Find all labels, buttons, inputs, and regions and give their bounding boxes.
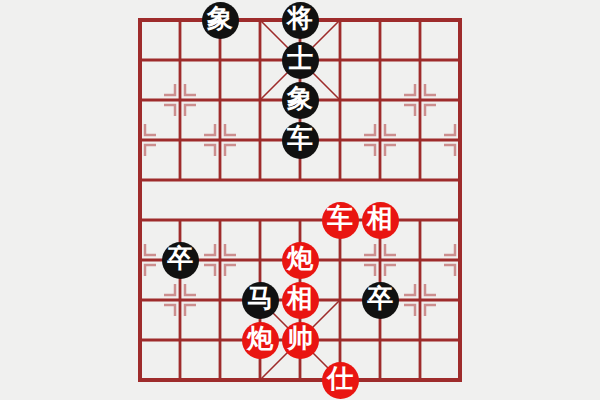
piece-label: 仕 bbox=[327, 366, 353, 392]
black-pawn[interactable]: 卒 bbox=[362, 282, 399, 319]
piece-label: 象 bbox=[287, 86, 313, 112]
piece-label: 相 bbox=[287, 286, 313, 312]
black-horse[interactable]: 马 bbox=[242, 282, 279, 319]
board-grid: 象将士象车车相卒炮马相卒炮帅仕 bbox=[120, 0, 480, 400]
black-chariot[interactable]: 车 bbox=[282, 122, 319, 159]
red-elephant[interactable]: 相 bbox=[362, 202, 399, 239]
red-elephant[interactable]: 相 bbox=[282, 282, 319, 319]
red-cannon[interactable]: 炮 bbox=[242, 322, 279, 359]
black-general[interactable]: 将 bbox=[282, 2, 319, 39]
piece-label: 马 bbox=[247, 286, 273, 312]
piece-label: 车 bbox=[287, 126, 313, 152]
piece-label: 炮 bbox=[287, 246, 313, 272]
piece-label: 将 bbox=[287, 6, 313, 32]
black-advisor[interactable]: 士 bbox=[282, 42, 319, 79]
red-chariot[interactable]: 车 bbox=[322, 202, 359, 239]
piece-label: 相 bbox=[367, 206, 393, 232]
piece-label: 卒 bbox=[367, 286, 393, 312]
red-advisor[interactable]: 仕 bbox=[322, 362, 359, 399]
red-general[interactable]: 帅 bbox=[282, 322, 319, 359]
piece-label: 炮 bbox=[247, 326, 273, 352]
black-pawn[interactable]: 卒 bbox=[162, 242, 199, 279]
xiangqi-app: 象将士象车车相卒炮马相卒炮帅仕 bbox=[0, 0, 600, 400]
black-elephant[interactable]: 象 bbox=[282, 82, 319, 119]
red-cannon[interactable]: 炮 bbox=[282, 242, 319, 279]
piece-label: 帅 bbox=[287, 326, 313, 352]
black-elephant[interactable]: 象 bbox=[202, 2, 239, 39]
piece-label: 车 bbox=[327, 206, 353, 232]
piece-label: 士 bbox=[287, 46, 313, 72]
piece-label: 象 bbox=[207, 6, 233, 32]
piece-label: 卒 bbox=[167, 246, 193, 272]
